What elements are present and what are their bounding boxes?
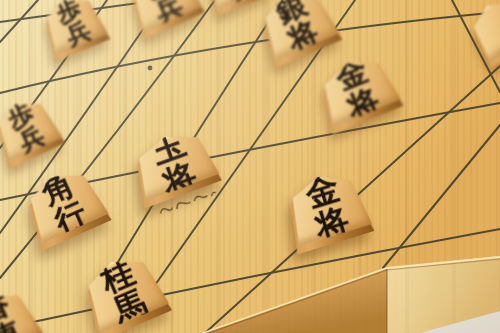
star-point <box>148 66 153 71</box>
shogi-photo-stage: 歩兵 歩兵 歩兵 銀将 金将 歩兵 <box>0 0 500 333</box>
piece-kanji <box>490 20 500 34</box>
piece-kanji: 香車 <box>0 289 28 333</box>
